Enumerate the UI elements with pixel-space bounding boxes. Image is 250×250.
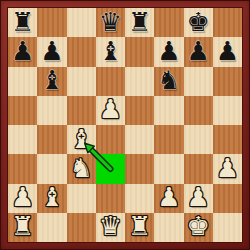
square-a3[interactable] [8,154,37,183]
square-g5[interactable] [184,96,213,125]
square-e6[interactable] [125,67,154,96]
chess-board-frame: ♜♛♜♚♟♟♝♟♟♟♝♞♟♝♞♟♟♝♟♟♜♛♜♚ [0,0,250,250]
square-d4[interactable] [96,125,125,154]
square-h1[interactable] [213,213,242,242]
square-g7[interactable]: ♟ [184,37,213,66]
square-c4[interactable]: ♝ [67,125,96,154]
square-f5[interactable] [154,96,183,125]
square-f8[interactable] [154,8,183,37]
square-b5[interactable] [37,96,66,125]
square-c2[interactable] [67,184,96,213]
square-d2[interactable] [96,184,125,213]
square-f7[interactable]: ♟ [154,37,183,66]
piece-white-rook: ♜ [128,213,151,239]
piece-white-rook: ♜ [11,213,34,239]
piece-white-king: ♚ [186,213,209,239]
piece-black-bishop: ♝ [99,38,122,64]
square-g8[interactable]: ♚ [184,8,213,37]
square-h7[interactable]: ♟ [213,37,242,66]
piece-black-pawn: ♟ [11,38,34,64]
piece-white-pawn: ♟ [186,184,209,210]
square-f1[interactable] [154,213,183,242]
square-c8[interactable] [67,8,96,37]
square-h8[interactable] [213,8,242,37]
square-g6[interactable] [184,67,213,96]
piece-white-bishop: ♝ [69,126,92,152]
square-a5[interactable] [8,96,37,125]
square-e8[interactable]: ♜ [125,8,154,37]
square-a8[interactable]: ♜ [8,8,37,37]
piece-black-knight: ♞ [157,67,180,93]
square-b2[interactable]: ♝ [37,184,66,213]
square-b8[interactable] [37,8,66,37]
piece-white-pawn: ♟ [157,184,180,210]
square-d5[interactable]: ♟ [96,96,125,125]
piece-white-knight: ♞ [69,155,92,181]
piece-black-pawn: ♟ [216,38,239,64]
piece-black-rook: ♜ [11,9,34,35]
square-a4[interactable] [8,125,37,154]
square-b3[interactable] [37,154,66,183]
piece-white-bishop: ♝ [40,184,63,210]
square-h5[interactable] [213,96,242,125]
square-h4[interactable] [213,125,242,154]
square-a6[interactable] [8,67,37,96]
square-c6[interactable] [67,67,96,96]
square-e5[interactable] [125,96,154,125]
square-h6[interactable] [213,67,242,96]
square-h3[interactable]: ♟ [213,154,242,183]
piece-black-rook: ♜ [128,9,151,35]
square-b6[interactable]: ♝ [37,67,66,96]
piece-black-bishop: ♝ [40,67,63,93]
piece-white-pawn: ♟ [99,96,122,122]
square-e4[interactable] [125,125,154,154]
square-c1[interactable] [67,213,96,242]
square-a7[interactable]: ♟ [8,37,37,66]
piece-black-queen: ♛ [99,9,122,35]
square-f3[interactable] [154,154,183,183]
highlighted-square-d3[interactable] [96,154,125,183]
square-e7[interactable] [125,37,154,66]
square-a2[interactable]: ♟ [8,184,37,213]
piece-black-pawn: ♟ [186,38,209,64]
square-c7[interactable] [67,37,96,66]
piece-white-pawn: ♟ [11,184,34,210]
square-g1[interactable]: ♚ [184,213,213,242]
piece-white-queen: ♛ [99,213,122,239]
square-a1[interactable]: ♜ [8,213,37,242]
chess-board: ♜♛♜♚♟♟♝♟♟♟♝♞♟♝♞♟♟♝♟♟♜♛♜♚ [8,8,242,242]
square-e2[interactable] [125,184,154,213]
square-b4[interactable] [37,125,66,154]
square-f6[interactable]: ♞ [154,67,183,96]
piece-black-pawn: ♟ [40,38,63,64]
square-b1[interactable] [37,213,66,242]
piece-white-pawn: ♟ [216,155,239,181]
square-c5[interactable] [67,96,96,125]
square-d8[interactable]: ♛ [96,8,125,37]
square-g4[interactable] [184,125,213,154]
square-d7[interactable]: ♝ [96,37,125,66]
square-e3[interactable] [125,154,154,183]
square-h2[interactable] [213,184,242,213]
square-d1[interactable]: ♛ [96,213,125,242]
square-g3[interactable] [184,154,213,183]
square-c3[interactable]: ♞ [67,154,96,183]
piece-black-king: ♚ [186,9,209,35]
piece-black-pawn: ♟ [157,38,180,64]
square-b7[interactable]: ♟ [37,37,66,66]
square-e1[interactable]: ♜ [125,213,154,242]
square-g2[interactable]: ♟ [184,184,213,213]
square-f4[interactable] [154,125,183,154]
square-f2[interactable]: ♟ [154,184,183,213]
square-d6[interactable] [96,67,125,96]
